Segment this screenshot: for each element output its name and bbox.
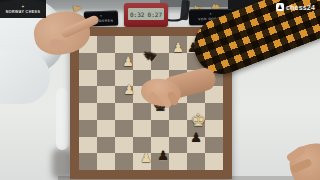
board-square (169, 103, 187, 120)
board-square (133, 53, 151, 70)
board-square (205, 153, 223, 170)
board-square (115, 86, 133, 103)
broadcast-frame: ♟♟♝♟♞♟♟♟♟ ✦ VON DOREN ✦ VON DOREN 0:32 0… (0, 0, 320, 180)
board-square (97, 120, 115, 137)
board-square (133, 137, 151, 154)
board-square (79, 153, 97, 170)
board-square (133, 103, 151, 120)
board-square (151, 137, 169, 154)
board-square (97, 36, 115, 53)
board-square (79, 53, 97, 70)
chess24-logo-text: chess24 (286, 4, 315, 11)
board-square (133, 120, 151, 137)
board-square (151, 36, 169, 53)
board-square (79, 86, 97, 103)
board-square (115, 103, 133, 120)
norway-chess-logo: ✦ NORWAY CHESS (0, 0, 46, 18)
board-square (79, 70, 97, 87)
board-square (133, 153, 151, 170)
board-square (205, 137, 223, 154)
event-emblem-icon: ✦ (21, 5, 24, 9)
board-square (115, 70, 133, 87)
board-square (79, 103, 97, 120)
board-square (169, 36, 187, 53)
board-square (115, 153, 133, 170)
board-square (187, 120, 205, 137)
board-square (133, 36, 151, 53)
board-square (115, 53, 133, 70)
board-square (151, 53, 169, 70)
board-square (97, 103, 115, 120)
board-square (169, 53, 187, 70)
board-square (205, 120, 223, 137)
board-square (115, 36, 133, 53)
board-square (187, 153, 205, 170)
event-logo-text: NORWAY CHESS (6, 10, 41, 14)
board-square (187, 103, 205, 120)
board-square (169, 137, 187, 154)
chess24-logo: ♟ chess24 (276, 3, 315, 11)
left-player-sleeve-edge (56, 88, 68, 150)
board-square (151, 120, 169, 137)
board-square (205, 103, 223, 120)
board-square (187, 137, 205, 154)
board-square (97, 137, 115, 154)
board-square (169, 153, 187, 170)
board-square (169, 120, 187, 137)
chess24-mark-icon: ♟ (276, 3, 284, 11)
board-square (97, 86, 115, 103)
board-square (151, 153, 169, 170)
board-square (79, 120, 97, 137)
board-square (97, 53, 115, 70)
board-square (97, 153, 115, 170)
board-square (115, 120, 133, 137)
board-square (115, 137, 133, 154)
table-shadow (52, 148, 72, 180)
board-square (97, 70, 115, 87)
board-square (79, 137, 97, 154)
